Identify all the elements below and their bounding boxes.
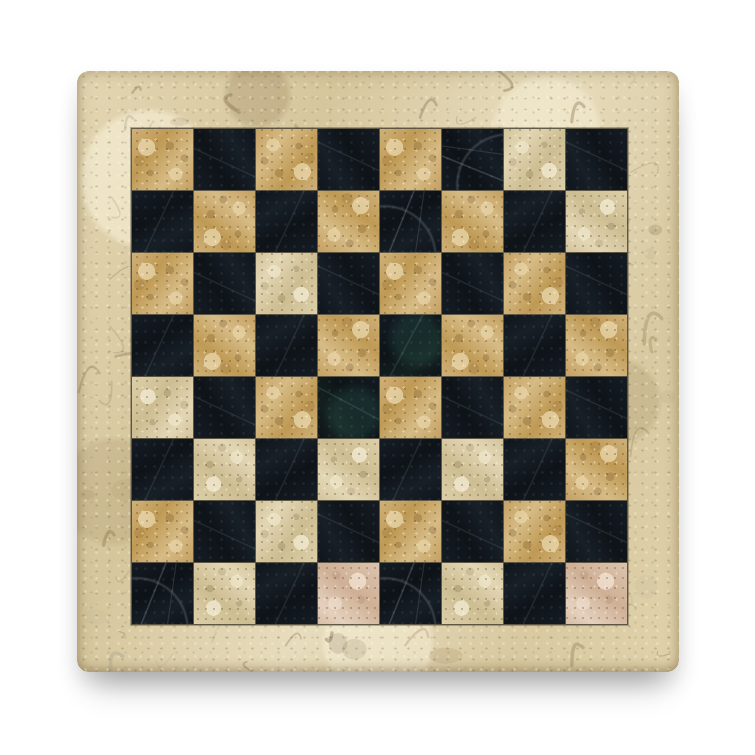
square-g8[interactable]: [504, 129, 565, 190]
square-f1[interactable]: [442, 563, 503, 624]
square-f3[interactable]: [442, 439, 503, 500]
square-c7[interactable]: [256, 191, 317, 252]
square-b8[interactable]: [194, 129, 255, 190]
square-c5[interactable]: [256, 315, 317, 376]
chess-board: [77, 71, 679, 672]
square-d3[interactable]: [318, 439, 379, 500]
square-a6[interactable]: [132, 253, 193, 314]
square-c4[interactable]: [256, 377, 317, 438]
square-e1[interactable]: [380, 563, 441, 624]
square-a8[interactable]: [132, 129, 193, 190]
square-a7[interactable]: [132, 191, 193, 252]
square-d5[interactable]: [318, 315, 379, 376]
square-c2[interactable]: [256, 501, 317, 562]
square-b4[interactable]: [194, 377, 255, 438]
square-f2[interactable]: [442, 501, 503, 562]
square-g2[interactable]: [504, 501, 565, 562]
square-g5[interactable]: [504, 315, 565, 376]
square-h7[interactable]: [566, 191, 627, 252]
square-b6[interactable]: [194, 253, 255, 314]
square-d8[interactable]: [318, 129, 379, 190]
square-b2[interactable]: [194, 501, 255, 562]
square-f5[interactable]: [442, 315, 503, 376]
square-g4[interactable]: [504, 377, 565, 438]
square-e2[interactable]: [380, 501, 441, 562]
square-d6[interactable]: [318, 253, 379, 314]
square-h1[interactable]: [566, 563, 627, 624]
square-b5[interactable]: [194, 315, 255, 376]
board-grid: [131, 128, 628, 625]
square-e7[interactable]: [380, 191, 441, 252]
square-a4[interactable]: [132, 377, 193, 438]
square-b7[interactable]: [194, 191, 255, 252]
square-f8[interactable]: [442, 129, 503, 190]
square-a2[interactable]: [132, 501, 193, 562]
square-e8[interactable]: [380, 129, 441, 190]
square-h4[interactable]: [566, 377, 627, 438]
square-c6[interactable]: [256, 253, 317, 314]
square-h6[interactable]: [566, 253, 627, 314]
square-e5[interactable]: [380, 315, 441, 376]
square-f6[interactable]: [442, 253, 503, 314]
square-c8[interactable]: [256, 129, 317, 190]
square-c3[interactable]: [256, 439, 317, 500]
square-g6[interactable]: [504, 253, 565, 314]
square-d4[interactable]: [318, 377, 379, 438]
square-c1[interactable]: [256, 563, 317, 624]
square-b1[interactable]: [194, 563, 255, 624]
square-f7[interactable]: [442, 191, 503, 252]
square-a1[interactable]: [132, 563, 193, 624]
square-b3[interactable]: [194, 439, 255, 500]
square-e3[interactable]: [380, 439, 441, 500]
square-f4[interactable]: [442, 377, 503, 438]
square-a5[interactable]: [132, 315, 193, 376]
square-d7[interactable]: [318, 191, 379, 252]
square-a3[interactable]: [132, 439, 193, 500]
square-e6[interactable]: [380, 253, 441, 314]
square-g1[interactable]: [504, 563, 565, 624]
square-h5[interactable]: [566, 315, 627, 376]
square-h2[interactable]: [566, 501, 627, 562]
square-g3[interactable]: [504, 439, 565, 500]
square-d1[interactable]: [318, 563, 379, 624]
square-h3[interactable]: [566, 439, 627, 500]
square-d2[interactable]: [318, 501, 379, 562]
product-photo-background: [0, 0, 755, 755]
square-g7[interactable]: [504, 191, 565, 252]
square-e4[interactable]: [380, 377, 441, 438]
square-h8[interactable]: [566, 129, 627, 190]
